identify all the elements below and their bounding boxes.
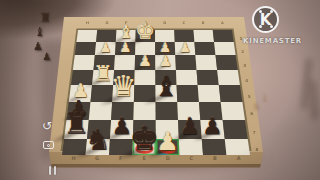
pause-button-bar[interactable] <box>54 166 56 175</box>
kinemaster-watermark-text: KINEMASTER <box>243 37 313 45</box>
game-screen: HGFEDCBAHGFEDCBA12345678♚♝♟♟♟♟♟♟♜♛♟♝♟♟♟♟… <box>0 0 320 180</box>
undo-button[interactable]: ↺ <box>42 119 52 133</box>
kinemaster-logo-letter: K <box>252 8 279 32</box>
camera-lens-icon <box>47 144 50 147</box>
